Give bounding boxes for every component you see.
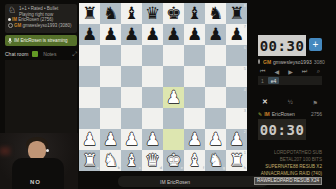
stream-event: BETAL207 100 BITS (280, 157, 322, 162)
player-line[interactable]: ✎ IM EricRosen 2756 (258, 110, 322, 117)
square-a1[interactable]: ♜a (79, 150, 100, 171)
next-move-button[interactable]: ▶ (288, 68, 293, 75)
offer-draw-button[interactable]: ½ (288, 99, 293, 105)
black-pawn-c7[interactable]: ♟ (124, 24, 139, 45)
square-g6[interactable] (205, 45, 226, 66)
board-footer-player: IM EricRosen (160, 179, 190, 185)
square-c7[interactable]: ♟ (121, 24, 142, 45)
square-a2[interactable]: ♟ (79, 129, 100, 150)
black-rook-h8[interactable]: ♜ (229, 3, 244, 24)
white-rook-a1[interactable]: ♜ (82, 150, 97, 171)
white-pawn-f2[interactable]: ♟ (187, 129, 202, 150)
square-e3[interactable] (163, 108, 184, 129)
black-queen-d8[interactable]: ♛ (145, 3, 160, 24)
square-g7[interactable]: ♟ (205, 24, 226, 45)
square-h3[interactable]: 3 (226, 108, 247, 129)
square-b2[interactable]: ♟ (100, 129, 121, 150)
black-bishop-c8[interactable]: ♝ (124, 3, 139, 24)
square-c3[interactable] (121, 108, 142, 129)
black-knight-b8[interactable]: ♞ (103, 3, 118, 24)
black-pawn-f7[interactable]: ♟ (187, 24, 202, 45)
give-time-button[interactable]: + (309, 38, 322, 51)
opponent-clock: 00:30 (258, 35, 306, 56)
square-f2[interactable]: ♟ (184, 129, 205, 150)
square-f7[interactable]: ♟ (184, 24, 205, 45)
square-g2[interactable]: ♟ (205, 129, 226, 150)
white-bishop-c1[interactable]: ♝ (124, 150, 139, 171)
black-bishop-f8[interactable]: ♝ (187, 3, 202, 24)
tab-chat-room[interactable]: Chat room (5, 51, 28, 57)
game-meta-line: 1+1 • Rated • Bullet (19, 6, 58, 12)
rank-label: 2 (244, 130, 246, 134)
earbud (46, 149, 49, 152)
black-pawn-g7[interactable]: ♟ (208, 24, 223, 45)
square-d8[interactable]: ♛ (142, 3, 163, 24)
square-d5[interactable] (142, 66, 163, 87)
square-d6[interactable] (142, 45, 163, 66)
abort-button[interactable]: ✕ (262, 98, 268, 106)
square-e7[interactable]: ♟ (163, 24, 184, 45)
rank-label: 4 (244, 88, 246, 92)
first-move-button[interactable]: ⏮ (260, 68, 265, 75)
black-rook-a8[interactable]: ♜ (82, 3, 97, 24)
square-e1[interactable]: ♚e (163, 150, 184, 171)
game-actions-row: ✕ ½ ⚑ (262, 98, 318, 106)
rank-label: 7 (244, 25, 246, 29)
square-d2[interactable]: ♟ (142, 129, 163, 150)
square-f5[interactable] (184, 66, 205, 87)
square-a3[interactable] (79, 108, 100, 129)
player-clock: 00:30 (258, 119, 306, 140)
white-pawn-g2[interactable]: ♟ (208, 129, 223, 150)
white-pawn-d2[interactable]: ♟ (145, 129, 160, 150)
file-label: d (160, 166, 162, 170)
file-label: e (181, 166, 183, 170)
move-list[interactable]: 1 e4 (258, 76, 322, 85)
stream-frame: ♘ 1+1 • Rated • Bullet Playing right now… (0, 0, 336, 189)
black-pawn-d7[interactable]: ♟ (145, 24, 160, 45)
square-c4[interactable] (121, 87, 142, 108)
webcam-background-detail (0, 147, 10, 155)
square-f6[interactable] (184, 45, 205, 66)
opponent-line[interactable]: GM gmwesleyso1993 3080 (258, 58, 322, 65)
square-b3[interactable] (100, 108, 121, 129)
square-g5[interactable] (205, 66, 226, 87)
rank-label: 5 (244, 67, 246, 71)
white-pawn-b2[interactable]: ♟ (103, 129, 118, 150)
square-e8[interactable]: ♚ (163, 3, 184, 24)
square-e5[interactable] (163, 66, 184, 87)
shirt-text: NO (30, 179, 41, 185)
square-f3[interactable] (184, 108, 205, 129)
chess-board[interactable]: ♜♞♝♛♚♝♞♜8♟♟♟♟♟♟♟♟765♟43♟♟♟♟♟♟♟2♜a♞b♝c♛d♚… (79, 3, 247, 171)
square-h7[interactable]: ♟7 (226, 24, 247, 45)
analysis-board-icon[interactable]: ⌕ (317, 68, 320, 75)
move-nav-row: ⏮ ◀ ▶ ⏭ ⌕ (258, 67, 322, 75)
square-d4[interactable] (142, 87, 163, 108)
online-status-icon (258, 59, 260, 64)
square-f8[interactable]: ♝ (184, 3, 205, 24)
webcam-overlay: NO (0, 133, 78, 189)
square-a7[interactable]: ♟ (79, 24, 100, 45)
square-h5[interactable]: 5 (226, 66, 247, 87)
square-a8[interactable]: ♜ (79, 3, 100, 24)
square-b6[interactable] (100, 45, 121, 66)
game-meta-box: ♘ 1+1 • Rated • Bullet Playing right now… (5, 4, 77, 33)
white-pawn-h2[interactable]: ♟ (229, 129, 244, 150)
square-f4[interactable] (184, 87, 205, 108)
resize-chat-icon[interactable]: ⤢ (72, 51, 77, 58)
square-g4[interactable] (205, 87, 226, 108)
square-g8[interactable]: ♞ (205, 3, 226, 24)
square-d3[interactable] (142, 108, 163, 129)
mic-icon (8, 38, 12, 44)
black-pawn-e7[interactable]: ♟ (166, 24, 181, 45)
black-color-disc (8, 23, 13, 28)
square-b5[interactable] (100, 66, 121, 87)
white-king-e1[interactable]: ♚ (166, 150, 181, 171)
last-move-button[interactable]: ⏭ (302, 68, 307, 75)
streamer-mic-icon: ✎ (258, 111, 262, 117)
square-e6[interactable] (163, 45, 184, 66)
square-c2[interactable]: ♟ (121, 129, 142, 150)
file-label: a (97, 166, 99, 170)
square-e4[interactable]: ♟ (163, 87, 184, 108)
square-a4[interactable] (79, 87, 100, 108)
square-e2[interactable] (163, 129, 184, 150)
white-pawn-e4[interactable]: ♟ (166, 87, 181, 108)
square-b4[interactable] (100, 87, 121, 108)
white-knight-b1[interactable]: ♞ (103, 150, 118, 171)
square-c6[interactable] (121, 45, 142, 66)
square-d1[interactable]: ♛d (142, 150, 163, 171)
prev-move-button[interactable]: ◀ (275, 68, 280, 75)
resign-button[interactable]: ⚑ (313, 99, 318, 106)
black-pawn-a7[interactable]: ♟ (82, 24, 97, 45)
square-h8[interactable]: ♜8 (226, 3, 247, 24)
rank-label: 8 (244, 4, 246, 8)
square-b1[interactable]: ♞b (100, 150, 121, 171)
tab-notes[interactable]: Notes (43, 51, 56, 57)
square-c8[interactable]: ♝ (121, 3, 142, 24)
streaming-banner-text: IM EricRosen is streaming (14, 38, 68, 43)
stream-event: SUPERNATE88 RESUB X2 (265, 164, 322, 169)
streaming-banner[interactable]: IM EricRosen is streaming (5, 35, 77, 46)
file-label: b (118, 166, 120, 170)
black-pawn-h7[interactable]: ♟ (229, 24, 244, 45)
stream-event-highlighted: RAWRLEOPARD RESUB X24 (254, 177, 322, 185)
rank-label: 6 (244, 46, 246, 50)
square-b8[interactable]: ♞ (100, 3, 121, 24)
square-d7[interactable]: ♟ (142, 24, 163, 45)
square-h2[interactable]: ♟2 (226, 129, 247, 150)
white-color-disc (8, 18, 11, 21)
move-number: 1 (261, 78, 264, 84)
move-san-current[interactable]: e4 (268, 77, 280, 84)
black-king-e8[interactable]: ♚ (166, 3, 181, 24)
stream-event-feed: LORDPOTATHEO SUB BETAL207 100 BITS SUPER… (200, 149, 322, 185)
square-b7[interactable]: ♟ (100, 24, 121, 45)
square-a5[interactable] (79, 66, 100, 87)
square-a6[interactable] (79, 45, 100, 66)
square-g3[interactable] (205, 108, 226, 129)
file-label: c (139, 166, 141, 170)
chat-tabs: Chat room Notes ⤢ (5, 49, 77, 59)
chat-toggle[interactable] (32, 51, 38, 57)
stream-event: ANNACRAMLING RAID (740) (261, 171, 322, 176)
stream-event: LORDPOTATHEO SUB (274, 150, 322, 155)
square-h4[interactable]: 4 (226, 87, 247, 108)
square-c5[interactable] (121, 66, 142, 87)
white-queen-d1[interactable]: ♛ (145, 150, 160, 171)
square-h6[interactable]: 6 (226, 45, 247, 66)
rank-label: 3 (244, 109, 246, 113)
white-pawn-a2[interactable]: ♟ (82, 129, 97, 150)
black-pawn-b7[interactable]: ♟ (103, 24, 118, 45)
white-pawn-c2[interactable]: ♟ (124, 129, 139, 150)
bullet-game-icon: ♘ (8, 6, 16, 17)
square-c1[interactable]: ♝c (121, 150, 142, 171)
player-link-black[interactable]: GM gmwesleyso1993 (3080) (8, 23, 74, 29)
black-knight-g8[interactable]: ♞ (208, 3, 223, 24)
